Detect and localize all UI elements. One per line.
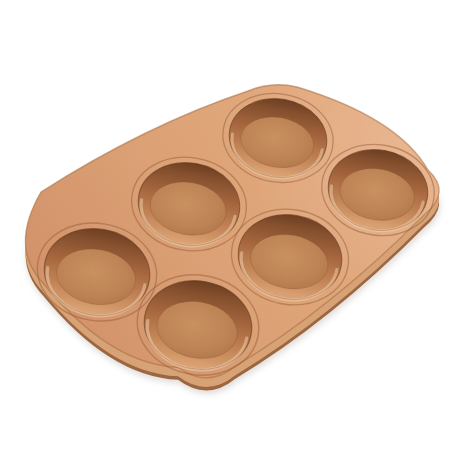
product-photo (0, 0, 470, 470)
muffin-pan-illustration (0, 0, 470, 470)
